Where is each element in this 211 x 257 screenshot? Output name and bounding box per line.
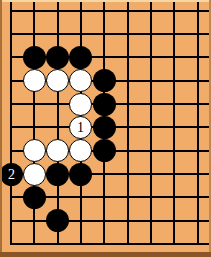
- white-stone-move-1: 1: [69, 116, 92, 139]
- stones-layer: 12: [0, 0, 211, 257]
- black-stone: [23, 46, 46, 69]
- black-stone: [93, 93, 116, 116]
- white-stone: [23, 163, 46, 186]
- black-stone: [69, 46, 92, 69]
- white-stone: [46, 139, 69, 162]
- frame-edge-right: [209, 0, 211, 257]
- black-stone: [93, 116, 116, 139]
- frame-edge-bottom: [0, 252, 211, 257]
- black-stone: [93, 139, 116, 162]
- black-stone: [46, 209, 69, 232]
- white-stone: [69, 69, 92, 92]
- white-stone: [23, 139, 46, 162]
- white-stone: [46, 69, 69, 92]
- frame-edge-top: [0, 0, 211, 2]
- white-stone: [69, 139, 92, 162]
- go-board: 12: [0, 0, 211, 257]
- black-stone: [23, 186, 46, 209]
- black-stone: [46, 46, 69, 69]
- black-stone: [69, 163, 92, 186]
- white-stone: [69, 93, 92, 116]
- white-stone: [23, 69, 46, 92]
- black-stone-move-2: 2: [0, 163, 23, 186]
- black-stone: [46, 163, 69, 186]
- frame-edge-left: [0, 0, 2, 257]
- black-stone: [93, 69, 116, 92]
